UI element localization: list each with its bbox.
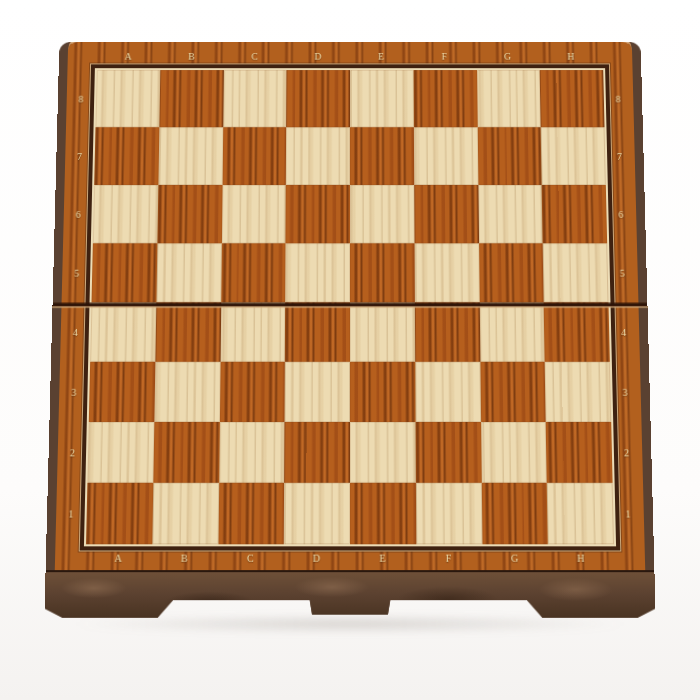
square-f2[interactable]: [415, 422, 481, 483]
square-g6[interactable]: [478, 185, 543, 243]
square-h1[interactable]: [547, 483, 614, 544]
square-a1[interactable]: [86, 483, 153, 544]
coord-label-a-bottom: A: [85, 544, 152, 571]
square-e8[interactable]: [350, 70, 414, 127]
coord-label-f-top: F: [413, 42, 476, 70]
square-d8[interactable]: [286, 70, 350, 127]
square-b2[interactable]: [153, 422, 219, 483]
coord-label-8-right: 8: [603, 70, 634, 127]
square-f1[interactable]: [416, 483, 482, 544]
square-g8[interactable]: [477, 70, 541, 127]
coord-label-d-bottom: D: [284, 544, 350, 571]
coord-label-3-left: 3: [59, 362, 91, 422]
coord-label-h-top: H: [539, 42, 603, 70]
board-surface: ABCDEFGH 87654321 87654321 ABCDEFGH: [46, 42, 655, 571]
coord-label-5-left: 5: [62, 243, 93, 302]
square-d1[interactable]: [284, 483, 350, 544]
square-h5[interactable]: [543, 243, 609, 302]
square-e5[interactable]: [350, 243, 415, 302]
coord-label-g-top: G: [476, 42, 540, 70]
square-d2[interactable]: [284, 422, 350, 483]
square-c2[interactable]: [219, 422, 285, 483]
coord-label-7-right: 7: [605, 127, 636, 185]
square-e2[interactable]: [350, 422, 416, 483]
square-h8[interactable]: [540, 70, 605, 127]
square-g2[interactable]: [481, 422, 547, 483]
square-c4[interactable]: [220, 302, 285, 362]
square-f4[interactable]: [415, 302, 480, 362]
square-b1[interactable]: [152, 483, 219, 544]
square-g5[interactable]: [479, 243, 544, 302]
coord-label-7-left: 7: [65, 127, 96, 185]
square-c1[interactable]: [218, 483, 284, 544]
square-b4[interactable]: [155, 302, 221, 362]
coord-label-c-bottom: C: [218, 544, 284, 571]
coord-label-f-bottom: F: [416, 544, 482, 571]
square-h6[interactable]: [542, 185, 607, 243]
square-e6[interactable]: [350, 185, 414, 243]
square-a2[interactable]: [87, 422, 154, 483]
square-d3[interactable]: [285, 362, 350, 422]
file-labels-bottom: ABCDEFGH: [85, 544, 614, 571]
square-f3[interactable]: [415, 362, 481, 422]
square-b5[interactable]: [156, 243, 221, 302]
coord-label-4-right: 4: [608, 302, 639, 362]
coord-label-4-left: 4: [60, 302, 91, 362]
coord-label-5-right: 5: [607, 243, 638, 302]
square-f6[interactable]: [414, 185, 479, 243]
coord-label-6-left: 6: [63, 185, 94, 243]
square-c5[interactable]: [221, 243, 286, 302]
square-g1[interactable]: [481, 483, 548, 544]
square-d6[interactable]: [286, 185, 350, 243]
coord-label-b-bottom: B: [152, 544, 218, 571]
square-a5[interactable]: [92, 243, 158, 302]
coord-label-3-right: 3: [610, 362, 642, 422]
square-b3[interactable]: [154, 362, 220, 422]
square-h3[interactable]: [545, 362, 611, 422]
square-h2[interactable]: [546, 422, 613, 483]
square-c6[interactable]: [221, 185, 286, 243]
square-e1[interactable]: [350, 483, 416, 544]
coord-label-e-bottom: E: [350, 544, 416, 571]
square-h7[interactable]: [541, 127, 606, 185]
scene: ABCDEFGH 87654321 87654321 ABCDEFGH: [0, 0, 700, 700]
square-f5[interactable]: [414, 243, 479, 302]
coord-label-c-top: C: [223, 42, 286, 70]
square-a8[interactable]: [95, 70, 160, 127]
square-h4[interactable]: [544, 302, 610, 362]
board-side-edge: [44, 570, 656, 622]
square-b6[interactable]: [157, 185, 222, 243]
square-g7[interactable]: [477, 127, 542, 185]
square-a6[interactable]: [93, 185, 158, 243]
square-a4[interactable]: [90, 302, 156, 362]
coord-label-b-top: B: [160, 42, 224, 70]
coord-label-a-top: A: [97, 42, 161, 70]
coord-label-1-left: 1: [55, 483, 87, 544]
fold-seam: [52, 302, 647, 308]
square-e7[interactable]: [350, 127, 414, 185]
square-d5[interactable]: [285, 243, 350, 302]
square-c7[interactable]: [222, 127, 286, 185]
square-f8[interactable]: [413, 70, 477, 127]
square-g4[interactable]: [479, 302, 545, 362]
coord-label-6-right: 6: [606, 185, 637, 243]
coord-label-8-left: 8: [66, 70, 97, 127]
square-g3[interactable]: [480, 362, 546, 422]
square-f7[interactable]: [414, 127, 478, 185]
coord-label-2-left: 2: [57, 422, 89, 483]
coord-label-h-bottom: H: [548, 544, 615, 571]
coord-label-2-right: 2: [611, 422, 643, 483]
square-a3[interactable]: [89, 362, 155, 422]
square-b8[interactable]: [159, 70, 223, 127]
square-a7[interactable]: [94, 127, 159, 185]
square-d7[interactable]: [286, 127, 350, 185]
square-e4[interactable]: [350, 302, 415, 362]
coord-label-g-bottom: G: [482, 544, 548, 571]
square-c8[interactable]: [223, 70, 287, 127]
file-labels-top: ABCDEFGH: [97, 42, 603, 70]
coord-label-d-top: D: [287, 42, 350, 70]
coord-label-e-top: E: [350, 42, 413, 70]
square-d4[interactable]: [285, 302, 350, 362]
square-e3[interactable]: [350, 362, 415, 422]
folding-chessboard: ABCDEFGH 87654321 87654321 ABCDEFGH: [44, 42, 656, 623]
square-b7[interactable]: [158, 127, 223, 185]
coord-label-1-right: 1: [613, 483, 645, 544]
square-c3[interactable]: [219, 362, 285, 422]
